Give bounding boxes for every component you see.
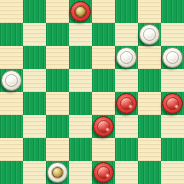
- square-b5: [23, 69, 46, 92]
- square-g4: [138, 92, 161, 115]
- square-g5[interactable]: [138, 69, 161, 92]
- square-h3: [161, 115, 184, 138]
- square-d3: [69, 115, 92, 138]
- square-g6: [138, 46, 161, 69]
- square-h1: [161, 161, 184, 184]
- square-f7: [115, 23, 138, 46]
- square-a4: [0, 92, 23, 115]
- square-e2: [92, 138, 115, 161]
- square-a2: [0, 138, 23, 161]
- square-b4[interactable]: [23, 92, 46, 115]
- red-man-e1[interactable]: [93, 162, 114, 183]
- square-f3: [115, 115, 138, 138]
- square-d2[interactable]: [69, 138, 92, 161]
- square-c8: [46, 0, 69, 23]
- red-man-h4[interactable]: [162, 93, 183, 114]
- square-c2: [46, 138, 69, 161]
- square-e4: [92, 92, 115, 115]
- square-f2[interactable]: [115, 138, 138, 161]
- red-man-e3[interactable]: [93, 116, 114, 137]
- square-e7[interactable]: [92, 23, 115, 46]
- red-king-d8[interactable]: [70, 1, 91, 22]
- square-c1[interactable]: [46, 161, 69, 184]
- square-c6: [46, 46, 69, 69]
- square-f8[interactable]: [115, 0, 138, 23]
- square-a5[interactable]: [0, 69, 23, 92]
- square-g8: [138, 0, 161, 23]
- square-a6: [0, 46, 23, 69]
- white-man-g7[interactable]: [139, 24, 160, 45]
- square-f5: [115, 69, 138, 92]
- square-d7: [69, 23, 92, 46]
- square-g3[interactable]: [138, 115, 161, 138]
- square-a3[interactable]: [0, 115, 23, 138]
- square-d1: [69, 161, 92, 184]
- red-man-f4[interactable]: [116, 93, 137, 114]
- square-h8[interactable]: [161, 0, 184, 23]
- square-d8[interactable]: [69, 0, 92, 23]
- square-h7: [161, 23, 184, 46]
- square-h4[interactable]: [161, 92, 184, 115]
- square-g7[interactable]: [138, 23, 161, 46]
- white-king-c1[interactable]: [47, 162, 68, 183]
- square-h2[interactable]: [161, 138, 184, 161]
- square-f4[interactable]: [115, 92, 138, 115]
- square-b1: [23, 161, 46, 184]
- square-e8: [92, 0, 115, 23]
- square-f6[interactable]: [115, 46, 138, 69]
- white-man-h6[interactable]: [162, 47, 183, 68]
- square-g2: [138, 138, 161, 161]
- square-b6[interactable]: [23, 46, 46, 69]
- square-a1[interactable]: [0, 161, 23, 184]
- square-e6: [92, 46, 115, 69]
- square-e5[interactable]: [92, 69, 115, 92]
- square-d4[interactable]: [69, 92, 92, 115]
- square-h5: [161, 69, 184, 92]
- square-a7[interactable]: [0, 23, 23, 46]
- square-e1[interactable]: [92, 161, 115, 184]
- square-c4: [46, 92, 69, 115]
- square-c5[interactable]: [46, 69, 69, 92]
- square-d5: [69, 69, 92, 92]
- white-man-f6[interactable]: [116, 47, 137, 68]
- white-man-a5[interactable]: [1, 70, 22, 91]
- square-e3[interactable]: [92, 115, 115, 138]
- square-f1: [115, 161, 138, 184]
- square-c7[interactable]: [46, 23, 69, 46]
- checkers-board: [0, 0, 184, 184]
- square-b2[interactable]: [23, 138, 46, 161]
- square-b8[interactable]: [23, 0, 46, 23]
- square-b7: [23, 23, 46, 46]
- square-h6[interactable]: [161, 46, 184, 69]
- square-d6[interactable]: [69, 46, 92, 69]
- square-a8: [0, 0, 23, 23]
- square-b3: [23, 115, 46, 138]
- square-c3[interactable]: [46, 115, 69, 138]
- square-g1[interactable]: [138, 161, 161, 184]
